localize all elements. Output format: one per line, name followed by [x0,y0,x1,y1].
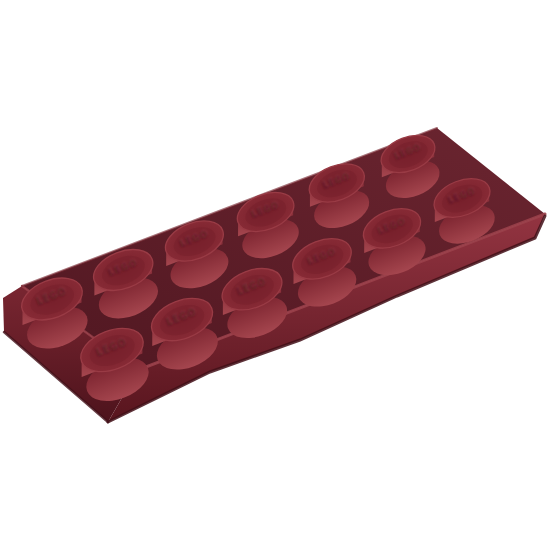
product-photo: LEGOLEGOLEGOLEGOLEGOLEGOLEGOLEGOLEGOLEGO… [0,0,550,550]
lego-plate-svg: LEGOLEGOLEGOLEGOLEGOLEGOLEGOLEGOLEGOLEGO… [0,0,550,550]
